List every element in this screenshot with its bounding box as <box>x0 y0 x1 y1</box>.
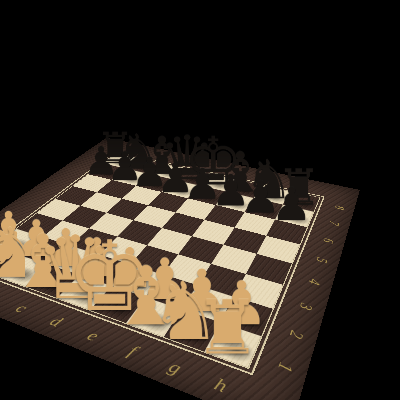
rank-label-4: 4 <box>292 269 337 296</box>
white-rook[interactable]: ♜ <box>193 299 260 357</box>
rank-label-6: 6 <box>308 230 348 251</box>
rank-label-3: 3 <box>282 292 330 323</box>
square-h6[interactable] <box>266 219 307 244</box>
square-h1[interactable]: ♜ <box>204 322 261 367</box>
board-frame: ♜♞♝♛♚♝♞♜♟♟♟♟♟♟♟♟♟♟♟♟♟♟♟♟♜♞♝♛♚♝♞♜ abcdefg… <box>0 138 360 400</box>
rank-label-5: 5 <box>300 248 343 272</box>
rank-label-7: 7 <box>315 214 353 233</box>
rank-label-1: 1 <box>257 348 313 389</box>
black-pawn[interactable]: ♟ <box>271 187 312 222</box>
rank-label-8: 8 <box>322 199 358 216</box>
rank-label-2: 2 <box>270 318 322 353</box>
chessboard-photo-scene: ♜♞♝♛♚♝♞♜♟♟♟♟♟♟♟♟♟♟♟♟♟♟♟♟♜♞♝♛♚♝♞♜ abcdefg… <box>0 0 400 400</box>
chessboard: ♜♞♝♛♚♝♞♜♟♟♟♟♟♟♟♟♟♟♟♟♟♟♟♟♜♞♝♛♚♝♞♜ abcdefg… <box>0 138 360 400</box>
